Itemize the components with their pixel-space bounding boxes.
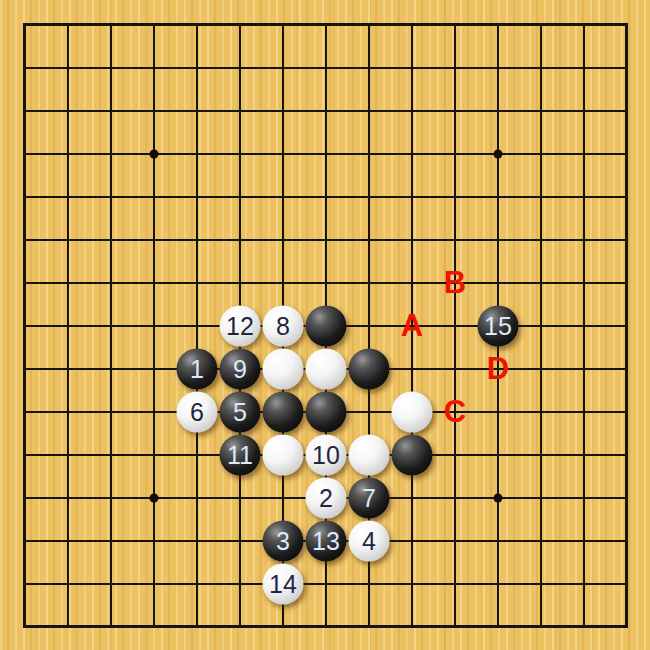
move-number: 2 — [319, 486, 333, 511]
grid-line-vertical — [454, 24, 456, 628]
move-number: 3 — [276, 529, 290, 554]
move-number: 12 — [226, 314, 254, 339]
stone-black — [306, 306, 347, 347]
stone-black-move-13: 13 — [306, 521, 347, 562]
stone-white-move-14: 14 — [263, 564, 304, 605]
grid-line-vertical — [583, 24, 585, 628]
stone-white — [349, 435, 390, 476]
stone-black-move-15: 15 — [478, 306, 519, 347]
stone-black — [392, 435, 433, 476]
stone-black — [349, 349, 390, 390]
hoshi-star-point — [150, 150, 159, 159]
stone-black-move-1: 1 — [177, 349, 218, 390]
point-label-A[interactable]: A — [401, 310, 423, 341]
move-number: 6 — [190, 400, 204, 425]
move-number: 4 — [362, 529, 376, 554]
stone-white-move-4: 4 — [349, 521, 390, 562]
go-board-screenshot: 128151965111027313414ABCD — [0, 0, 650, 650]
move-number: 15 — [484, 314, 512, 339]
stone-black-move-7: 7 — [349, 478, 390, 519]
move-number: 11 — [227, 443, 253, 468]
stone-white — [263, 435, 304, 476]
move-number: 10 — [312, 443, 340, 468]
move-number: 13 — [312, 529, 340, 554]
go-board[interactable]: 128151965111027313414ABCD — [0, 0, 650, 650]
stone-white — [306, 349, 347, 390]
hoshi-star-point — [494, 150, 503, 159]
stone-black-move-9: 9 — [220, 349, 261, 390]
point-label-C[interactable]: C — [444, 396, 466, 427]
grid-line-horizontal — [24, 583, 628, 585]
point-label-B[interactable]: B — [444, 267, 466, 298]
move-number: 8 — [276, 314, 290, 339]
stone-black — [306, 392, 347, 433]
move-number: 5 — [233, 400, 247, 425]
stone-black — [263, 392, 304, 433]
stone-white — [392, 392, 433, 433]
move-number: 14 — [269, 572, 297, 597]
hoshi-star-point — [494, 494, 503, 503]
stone-black-move-3: 3 — [263, 521, 304, 562]
hoshi-star-point — [150, 494, 159, 503]
stone-black-move-11: 11 — [220, 435, 261, 476]
stone-white-move-12: 12 — [220, 306, 261, 347]
move-number: 1 — [190, 357, 204, 382]
stone-white-move-2: 2 — [306, 478, 347, 519]
stone-black-move-5: 5 — [220, 392, 261, 433]
grid-line-vertical — [540, 24, 542, 628]
stone-white — [263, 349, 304, 390]
stone-white-move-10: 10 — [306, 435, 347, 476]
point-label-D[interactable]: D — [487, 353, 509, 384]
move-number: 9 — [233, 357, 247, 382]
stone-white-move-8: 8 — [263, 306, 304, 347]
move-number: 7 — [362, 486, 376, 511]
stone-white-move-6: 6 — [177, 392, 218, 433]
